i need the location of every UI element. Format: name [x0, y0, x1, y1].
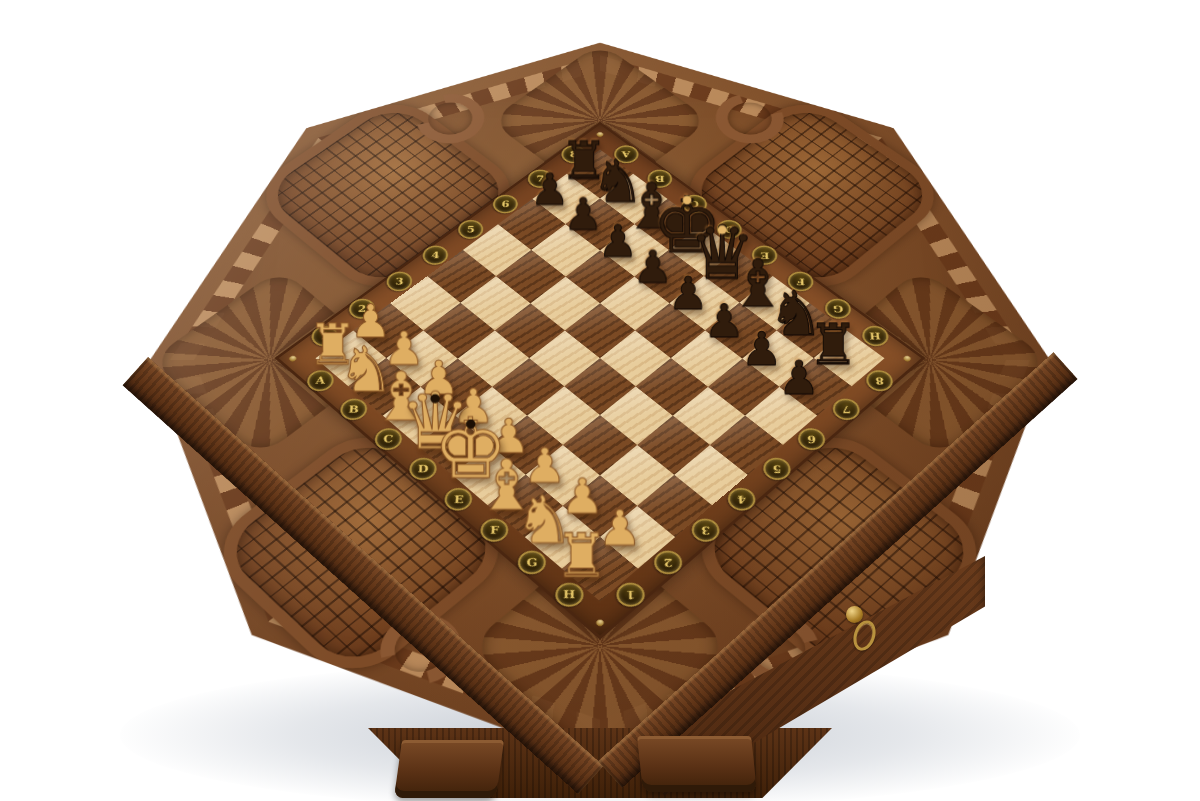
- bracket-foot-right: [637, 736, 757, 792]
- bracket-foot-left: [394, 740, 504, 798]
- piece-black-pawn[interactable]: ♟: [741, 328, 782, 372]
- product-photo-scene: ♜♞♝♚♛♝♞♜♟♟♟♟♟♟♟♟♟♟♟♟♟♟♟♟♜♞♝♛♚♝♞♜ ABCDEFG…: [0, 0, 1200, 801]
- drawer-pull-rosette-icon[interactable]: [846, 606, 863, 623]
- piece-black-pawn[interactable]: ♟: [668, 273, 709, 316]
- piece-white-rook[interactable]: ♜: [555, 527, 609, 584]
- octagonal-chess-box: ♜♞♝♚♛♝♞♜♟♟♟♟♟♟♟♟♟♟♟♟♟♟♟♟♜♞♝♛♚♝♞♜ ABCDEFG…: [89, 43, 1112, 764]
- piece-black-pawn[interactable]: ♟: [778, 356, 820, 400]
- piece-black-pawn[interactable]: ♟: [704, 300, 745, 344]
